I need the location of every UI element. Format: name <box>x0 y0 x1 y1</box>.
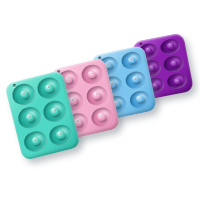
donut-cavity <box>11 82 38 108</box>
cavity-center-post <box>127 56 136 64</box>
donut-cavity <box>16 105 43 131</box>
donut-cavity <box>89 105 114 128</box>
cavity-center-post <box>166 43 175 50</box>
donut-cavity <box>84 84 109 107</box>
product-photo-stage <box>0 0 200 200</box>
cavity-center-post <box>173 77 182 84</box>
donut-cavity <box>128 89 152 110</box>
donut-cavity <box>160 37 182 56</box>
cavity-center-post <box>135 95 144 103</box>
donut-cavity <box>119 50 143 71</box>
cavity-center-post <box>55 130 65 140</box>
cavity-center-post <box>19 89 29 99</box>
donut-cavity <box>36 76 63 102</box>
donut-cavity <box>166 72 188 91</box>
donut-cavity <box>22 129 49 155</box>
cavity-center-post <box>50 106 60 116</box>
cavity-center-post <box>97 112 107 121</box>
cavity-center-post <box>87 70 97 79</box>
donut-cavity <box>79 63 104 86</box>
cavity-center-post <box>92 91 102 100</box>
donut-cavity <box>124 69 148 90</box>
cavity-center-post <box>131 76 140 84</box>
donut-cavity <box>47 122 74 148</box>
cavity-center-post <box>44 83 54 93</box>
donut-cavity <box>163 54 185 73</box>
cavity-center-post <box>25 113 35 123</box>
donut-cavity <box>41 99 68 125</box>
cavity-center-post <box>170 60 179 67</box>
cavity-center-post <box>30 136 40 146</box>
